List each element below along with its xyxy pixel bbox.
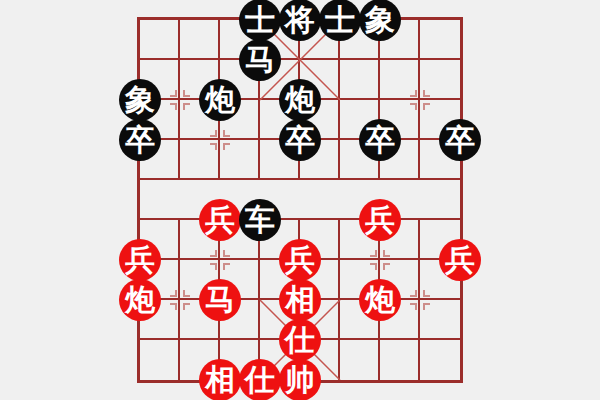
red-general[interactable]: 帅: [279, 359, 321, 400]
point-marker: [370, 250, 390, 270]
xiangqi-screen: 士将士象马象炮炮卒卒卒卒兵车兵兵兵兵炮马相炮仕相仕帅: [0, 0, 600, 400]
red-pawn[interactable]: 兵: [119, 239, 161, 281]
black-cannon[interactable]: 炮: [199, 79, 241, 121]
point-marker: [170, 290, 190, 310]
red-pawn[interactable]: 兵: [199, 199, 241, 241]
black-pawn[interactable]: 卒: [279, 119, 321, 161]
black-advisor[interactable]: 士: [239, 0, 281, 41]
point-marker: [210, 130, 230, 150]
piece-layer: 士将士象马象炮炮卒卒卒卒兵车兵兵兵兵炮马相炮仕相仕帅: [140, 20, 460, 380]
black-advisor[interactable]: 士: [319, 0, 361, 41]
point-marker: [210, 250, 230, 270]
red-advisor[interactable]: 仕: [279, 319, 321, 361]
black-general[interactable]: 将: [279, 0, 321, 41]
black-cannon[interactable]: 炮: [279, 79, 321, 121]
black-elephant[interactable]: 象: [359, 0, 401, 41]
black-pawn[interactable]: 卒: [439, 119, 481, 161]
point-marker: [410, 90, 430, 110]
red-pawn[interactable]: 兵: [359, 199, 401, 241]
red-elephant[interactable]: 相: [199, 359, 241, 400]
point-marker: [410, 290, 430, 310]
black-elephant[interactable]: 象: [119, 79, 161, 121]
red-advisor[interactable]: 仕: [239, 359, 281, 400]
black-horse[interactable]: 马: [239, 39, 281, 81]
red-pawn[interactable]: 兵: [439, 239, 481, 281]
point-marker: [170, 90, 190, 110]
black-pawn[interactable]: 卒: [119, 119, 161, 161]
red-horse[interactable]: 马: [199, 279, 241, 321]
red-cannon[interactable]: 炮: [359, 279, 401, 321]
red-pawn[interactable]: 兵: [279, 239, 321, 281]
red-cannon[interactable]: 炮: [119, 279, 161, 321]
black-pawn[interactable]: 卒: [359, 119, 401, 161]
red-elephant[interactable]: 相: [279, 279, 321, 321]
black-chariot[interactable]: 车: [239, 199, 281, 241]
